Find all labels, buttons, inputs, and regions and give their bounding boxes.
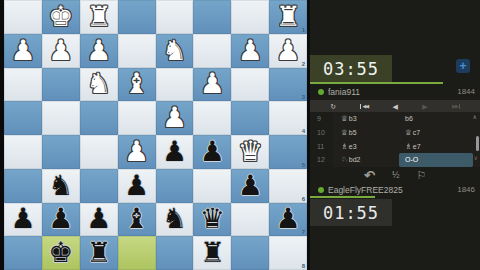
- black-pawn: ♟: [238, 172, 263, 200]
- square-a3[interactable]: 3: [269, 68, 307, 102]
- white-pawn: ♟: [124, 138, 149, 166]
- square-g2[interactable]: ♟: [42, 34, 80, 68]
- rank-label-6: 6: [302, 196, 305, 202]
- square-c6[interactable]: [193, 169, 231, 203]
- white-pawn: ♟: [86, 37, 111, 65]
- square-a1[interactable]: ♜1: [269, 0, 307, 34]
- square-f7[interactable]: ♟: [80, 203, 118, 237]
- rank-label-8: 8: [302, 263, 305, 269]
- opponent-name: fania911: [328, 87, 360, 97]
- square-d7[interactable]: ♞: [156, 203, 194, 237]
- square-g8[interactable]: ♚: [42, 236, 80, 270]
- flip-board-icon[interactable]: ↻: [330, 103, 336, 110]
- white-pawn: ♟: [276, 37, 301, 65]
- black-pawn: ♟: [86, 205, 111, 233]
- square-e4[interactable]: [118, 101, 156, 135]
- black-pawn: ♟: [162, 138, 187, 166]
- next-move-icon[interactable]: ▶: [422, 103, 427, 110]
- rank-label-3: 3: [302, 94, 305, 100]
- square-g3[interactable]: [42, 68, 80, 102]
- square-d3[interactable]: [156, 68, 194, 102]
- player-row[interactable]: EagleFlyFREE2825 1846: [310, 183, 480, 196]
- white-bishop: ♝: [124, 70, 149, 98]
- opponent-time-bar: [310, 82, 443, 84]
- square-h5[interactable]: [4, 135, 42, 169]
- square-e8[interactable]: [118, 236, 156, 270]
- square-c1[interactable]: [193, 0, 231, 34]
- draw-offer-icon[interactable]: ½: [392, 171, 400, 180]
- square-h4[interactable]: [4, 101, 42, 135]
- black-pawn: ♟: [10, 205, 35, 233]
- white-rook: ♜: [276, 3, 301, 31]
- square-d8[interactable]: [156, 236, 194, 270]
- square-d5[interactable]: ♟: [156, 135, 194, 169]
- square-a8[interactable]: 8: [269, 236, 307, 270]
- prev-move-icon[interactable]: ◀: [393, 103, 398, 110]
- black-move-11[interactable]: ♗e7: [397, 139, 473, 153]
- square-e7[interactable]: ♝: [118, 203, 156, 237]
- scroll-down-icon[interactable]: ∨: [474, 155, 478, 161]
- black-pawn: ♟: [48, 205, 73, 233]
- square-g4[interactable]: [42, 101, 80, 135]
- square-f5[interactable]: [80, 135, 118, 169]
- white-knight: ♞: [162, 37, 187, 65]
- rank-label-7: 7: [302, 229, 305, 235]
- opponent-row[interactable]: fania911 1844: [310, 85, 480, 98]
- square-f6[interactable]: [80, 169, 118, 203]
- add-time-button[interactable]: +: [456, 59, 470, 73]
- game-actions: ↶ ½ ⚐: [310, 167, 480, 183]
- first-move-icon[interactable]: ◀◀: [360, 104, 368, 109]
- white-king: ♚: [48, 3, 73, 31]
- player-time-bar: [310, 196, 375, 198]
- white-move-9[interactable]: ♕b3: [333, 112, 390, 126]
- square-g7[interactable]: ♟: [42, 203, 80, 237]
- square-a4[interactable]: 4: [269, 101, 307, 135]
- opponent-rating: 1844: [457, 87, 475, 96]
- player-rating: 1846: [457, 185, 475, 194]
- takeback-icon[interactable]: ↶: [364, 169, 375, 182]
- piece-glyph: ♕: [405, 128, 412, 137]
- white-move-10[interactable]: ♕b5: [333, 126, 390, 140]
- square-c4[interactable]: [193, 101, 231, 135]
- square-f3[interactable]: ♞: [80, 68, 118, 102]
- online-dot: [318, 89, 324, 95]
- square-h2[interactable]: ♟: [4, 34, 42, 68]
- opponent-clock: 03:55: [310, 55, 392, 82]
- square-d1[interactable]: [156, 0, 194, 34]
- white-knight: ♞: [86, 70, 111, 98]
- rank-label-2: 2: [302, 61, 305, 67]
- square-b6[interactable]: ♟: [231, 169, 269, 203]
- last-move-icon[interactable]: ▶▶: [452, 104, 460, 109]
- square-a7[interactable]: ♟7: [269, 203, 307, 237]
- square-e2[interactable]: [118, 34, 156, 68]
- square-c7[interactable]: ♛: [193, 203, 231, 237]
- black-move-12[interactable]: O-O: [399, 153, 473, 167]
- white-pawn: ♟: [162, 104, 187, 132]
- piece-glyph: ♕: [341, 114, 348, 123]
- square-e3[interactable]: ♝: [118, 68, 156, 102]
- scroll-up-icon[interactable]: ∧: [473, 114, 477, 120]
- black-knight: ♞: [162, 205, 187, 233]
- square-e1[interactable]: [118, 0, 156, 34]
- white-move-11[interactable]: ♗e3: [333, 139, 390, 153]
- move-list-scrollbar[interactable]: [476, 136, 479, 151]
- piece-glyph: ♗: [405, 142, 412, 151]
- move-row-9: 9♕b3b6: [310, 112, 480, 126]
- square-c5[interactable]: ♟: [193, 135, 231, 169]
- square-a5[interactable]: 5: [269, 135, 307, 169]
- move-row-12: 12♘bd2O-O: [310, 153, 480, 167]
- square-e5[interactable]: ♟: [118, 135, 156, 169]
- move-number: 12: [310, 153, 333, 167]
- white-queen: ♛: [238, 138, 263, 166]
- move-row-11: 11♗e3♗e7: [310, 139, 480, 153]
- black-move-9[interactable]: b6: [397, 112, 473, 126]
- square-g5[interactable]: [42, 135, 80, 169]
- rank-label-1: 1: [302, 27, 305, 33]
- white-pawn: ♟: [48, 37, 73, 65]
- square-a2[interactable]: ♟2: [269, 34, 307, 68]
- square-c8[interactable]: ♜: [193, 236, 231, 270]
- square-h6[interactable]: [4, 169, 42, 203]
- online-dot: [318, 187, 324, 193]
- white-pawn: ♟: [10, 37, 35, 65]
- square-d6[interactable]: [156, 169, 194, 203]
- square-b7[interactable]: [231, 203, 269, 237]
- white-move-12[interactable]: ♘bd2: [333, 153, 390, 167]
- black-rook: ♜: [200, 239, 225, 267]
- square-g6[interactable]: ♞: [42, 169, 80, 203]
- black-move-10[interactable]: ♕c7: [397, 126, 473, 140]
- square-b3[interactable]: [231, 68, 269, 102]
- square-h3[interactable]: [4, 68, 42, 102]
- square-f4[interactable]: [80, 101, 118, 135]
- resign-flag-icon[interactable]: ⚐: [416, 170, 426, 181]
- white-pawn: ♟: [238, 37, 263, 65]
- black-knight: ♞: [48, 172, 73, 200]
- square-a6[interactable]: 6: [269, 169, 307, 203]
- move-number: 9: [310, 112, 333, 126]
- square-b2[interactable]: ♟: [231, 34, 269, 68]
- rank-label-5: 5: [302, 162, 305, 168]
- square-d2[interactable]: ♞: [156, 34, 194, 68]
- square-d4[interactable]: ♟: [156, 101, 194, 135]
- square-c3[interactable]: ♟: [193, 68, 231, 102]
- square-b8[interactable]: [231, 236, 269, 270]
- white-pawn: ♟: [200, 70, 225, 98]
- move-list: 9♕b3b610♕b5♕c711♗e3♗e712♘bd2O-O: [310, 112, 480, 167]
- black-queen: ♛: [200, 205, 225, 233]
- move-nav-toolbar: ↻◀◀◀▶▶▶: [310, 100, 480, 112]
- game-side-panel: 03:55 + fania911 1844 ↻◀◀◀▶▶▶ 9♕b3b610♕b…: [310, 0, 480, 270]
- black-pawn: ♟: [200, 138, 225, 166]
- move-number: 11: [310, 139, 333, 153]
- rank-label-4: 4: [302, 128, 305, 134]
- black-bishop: ♝: [124, 205, 149, 233]
- square-h7[interactable]: ♟: [4, 203, 42, 237]
- square-h8[interactable]: [4, 236, 42, 270]
- square-h1[interactable]: [4, 0, 42, 34]
- square-c2[interactable]: [193, 34, 231, 68]
- piece-glyph: ♗: [341, 142, 348, 151]
- square-e6[interactable]: ♟: [118, 169, 156, 203]
- square-g1[interactable]: ♚: [42, 0, 80, 34]
- black-rook: ♜: [86, 239, 111, 267]
- move-number: 10: [310, 126, 333, 140]
- piece-glyph: ♕: [341, 128, 348, 137]
- square-b4[interactable]: [231, 101, 269, 135]
- square-b1[interactable]: [231, 0, 269, 34]
- black-king: ♚: [48, 239, 73, 267]
- square-f1[interactable]: ♜: [80, 0, 118, 34]
- square-f8[interactable]: ♜: [80, 236, 118, 270]
- square-f2[interactable]: ♟: [80, 34, 118, 68]
- chess-board: ♚♜♜1♟♟♟♞♟♟2♞♝♟3♟4♟♟♟♛5♞♟♟6♟♟♟♝♞♛♟7♚♜♜8: [4, 0, 307, 270]
- player-clock: 01:55: [310, 199, 392, 226]
- chess-app-window: ♚♜♜1♟♟♟♞♟♟2♞♝♟3♟4♟♟♟♛5♞♟♟6♟♟♟♝♞♛♟7♚♜♜8 0…: [0, 0, 480, 270]
- white-rook: ♜: [86, 3, 111, 31]
- player-name: EagleFlyFREE2825: [328, 185, 403, 195]
- move-row-10: 10♕b5♕c7: [310, 126, 480, 140]
- piece-glyph: ♘: [341, 155, 348, 164]
- black-pawn: ♟: [124, 172, 149, 200]
- black-pawn: ♟: [276, 205, 301, 233]
- square-b5[interactable]: ♛: [231, 135, 269, 169]
